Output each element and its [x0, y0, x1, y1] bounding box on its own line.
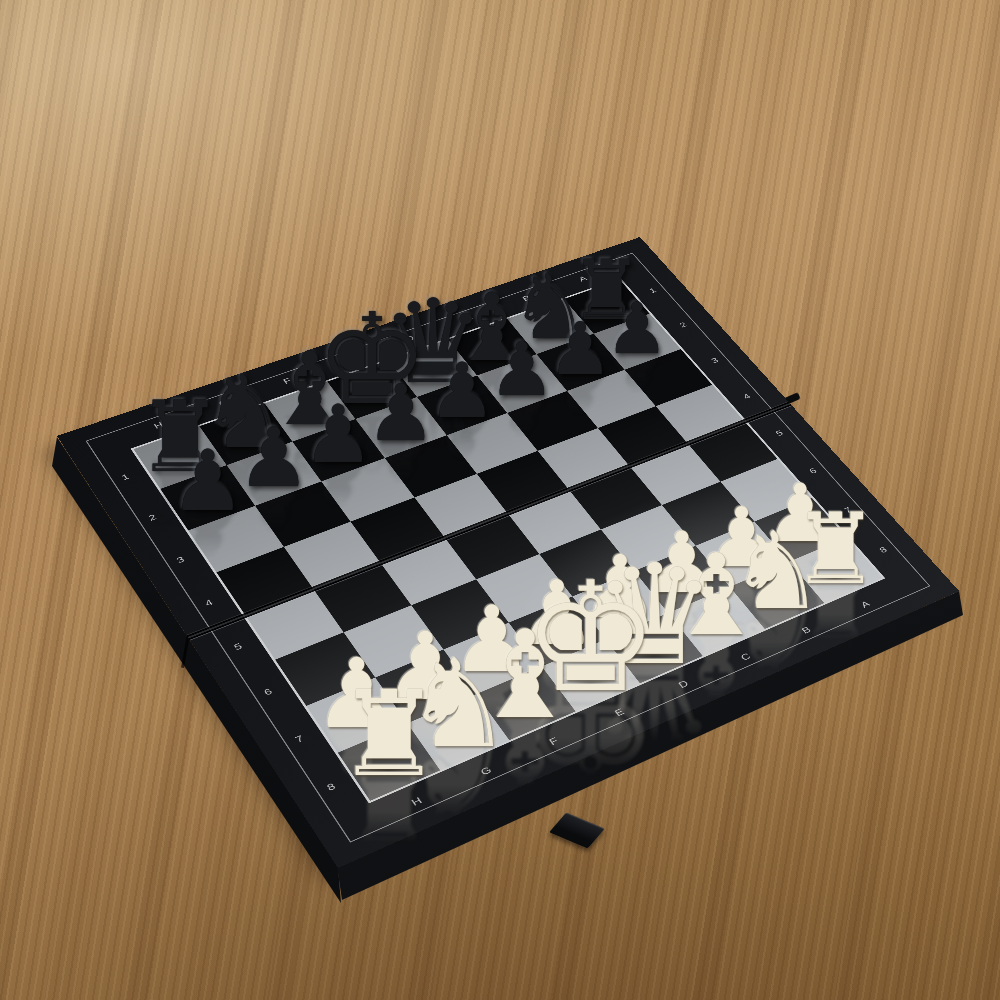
- piece-black-pawn[interactable]: ♟♟: [170, 439, 245, 523]
- piece-black-pawn[interactable]: ♟♟: [605, 294, 668, 365]
- piece-white-rook[interactable]: ♜♜: [336, 675, 442, 794]
- photo-scene: HGFEDCBA HGFEDCBA 12345678 12345678 ♜♜♞♞…: [0, 0, 1000, 1000]
- piece-black-pawn[interactable]: ♟♟: [428, 353, 496, 429]
- piece-black-pawn[interactable]: ♟♟: [489, 333, 556, 407]
- piece-black-pawn[interactable]: ♟♟: [302, 395, 374, 475]
- piece-black-pawn[interactable]: ♟♟: [237, 417, 311, 499]
- piece-black-pawn[interactable]: ♟♟: [548, 313, 613, 386]
- piece-black-pawn[interactable]: ♟♟: [366, 374, 436, 452]
